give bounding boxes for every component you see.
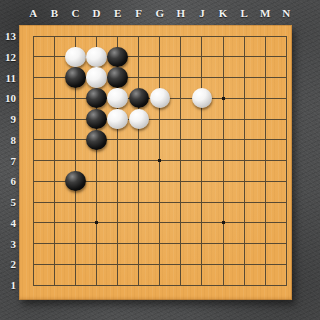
stone-white-C12[interactable] [65,47,85,67]
grid-line-vertical [223,36,224,286]
column-label-G: G [150,6,170,20]
row-label-1: 1 [0,278,16,292]
stone-white-D12[interactable] [86,47,106,67]
grid-line-horizontal [33,139,287,140]
grid-line-horizontal [33,243,287,244]
grid-line-vertical [54,36,55,286]
grid-line-vertical [244,36,245,286]
stone-white-F9[interactable] [129,109,149,129]
row-label-3: 3 [0,237,16,251]
grid-line-horizontal [33,119,287,120]
stone-black-C6[interactable] [65,171,85,191]
grid-line-horizontal [33,202,287,203]
row-label-2: 2 [0,257,16,271]
stone-black-E11[interactable] [107,67,127,87]
row-label-8: 8 [0,133,16,147]
go-board-screenshot: ABCDEFGHJKLMN13121110987654321 [0,0,320,320]
grid-line-vertical [138,36,139,286]
column-label-H: H [171,6,191,20]
stone-white-J10[interactable] [192,88,212,108]
stone-black-E12[interactable] [107,47,127,67]
grid-line-horizontal [33,264,287,265]
grid-line-vertical [265,36,266,286]
stone-black-D9[interactable] [86,109,106,129]
column-label-E: E [108,6,128,20]
row-label-13: 13 [0,29,16,43]
column-label-L: L [234,6,254,20]
grid-line-vertical [180,36,181,286]
star-point-G7 [158,159,161,162]
row-label-11: 11 [0,71,16,85]
stone-white-G10[interactable] [150,88,170,108]
row-label-6: 6 [0,174,16,188]
star-point-K10 [222,97,225,100]
grid-line-horizontal [33,36,287,37]
column-label-C: C [65,6,85,20]
grid-line-vertical [286,36,287,286]
go-board[interactable] [19,25,292,300]
stone-black-D8[interactable] [86,130,106,150]
stone-black-F10[interactable] [129,88,149,108]
grid-line-vertical [33,36,34,286]
star-point-D4 [95,221,98,224]
stone-black-D10[interactable] [86,88,106,108]
row-label-7: 7 [0,154,16,168]
stone-white-E9[interactable] [107,109,127,129]
column-label-B: B [44,6,64,20]
star-point-K4 [222,221,225,224]
grid-line-vertical [201,36,202,286]
stone-white-D11[interactable] [86,67,106,87]
column-label-A: A [23,6,43,20]
column-label-J: J [192,6,212,20]
column-label-F: F [129,6,149,20]
row-label-9: 9 [0,112,16,126]
row-label-10: 10 [0,91,16,105]
column-label-D: D [87,6,107,20]
column-label-K: K [213,6,233,20]
stone-black-C11[interactable] [65,67,85,87]
row-label-5: 5 [0,195,16,209]
column-label-N: N [276,6,296,20]
row-label-4: 4 [0,216,16,230]
grid-line-horizontal [33,222,287,223]
grid-line-horizontal [33,285,287,286]
stone-white-E10[interactable] [107,88,127,108]
row-label-12: 12 [0,50,16,64]
column-label-M: M [255,6,275,20]
